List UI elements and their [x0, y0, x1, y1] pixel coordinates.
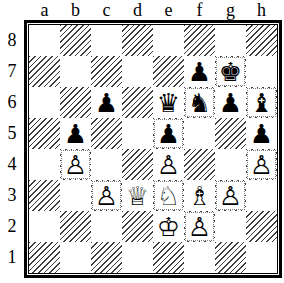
- square-h7[interactable]: [246, 56, 277, 87]
- white-queen-d3[interactable]: ♕: [122, 180, 153, 211]
- square-e8[interactable]: [153, 25, 184, 56]
- square-g8[interactable]: [215, 25, 246, 56]
- square-a2[interactable]: [29, 211, 60, 242]
- square-d7[interactable]: [122, 56, 153, 87]
- square-c2[interactable]: [91, 211, 122, 242]
- white-bishop-f3[interactable]: ♗: [184, 180, 215, 211]
- square-d3[interactable]: ♕: [122, 180, 153, 211]
- square-c3[interactable]: ♙: [91, 180, 122, 211]
- black-pawn-b5[interactable]: ♟: [60, 118, 91, 149]
- square-g6[interactable]: ♟: [215, 87, 246, 118]
- rank-label-4: 4: [0, 149, 24, 180]
- square-b3[interactable]: [60, 180, 91, 211]
- black-pawn-c6[interactable]: ♟: [91, 87, 122, 118]
- square-d1[interactable]: [122, 242, 153, 273]
- black-pawn-g6[interactable]: ♟: [215, 87, 246, 118]
- black-knight-f6[interactable]: ♞: [184, 87, 215, 118]
- square-e6[interactable]: ♛: [153, 87, 184, 118]
- square-h4[interactable]: ♙: [246, 149, 277, 180]
- square-f3[interactable]: ♗: [184, 180, 215, 211]
- square-c6[interactable]: ♟: [91, 87, 122, 118]
- square-c1[interactable]: [91, 242, 122, 273]
- square-g7[interactable]: ♚: [215, 56, 246, 87]
- square-d4[interactable]: [122, 149, 153, 180]
- file-label-b: b: [60, 0, 91, 20]
- square-a3[interactable]: [29, 180, 60, 211]
- square-h5[interactable]: ♟: [246, 118, 277, 149]
- square-a5[interactable]: [29, 118, 60, 149]
- corner-spacer: [0, 0, 24, 20]
- file-label-e: e: [153, 0, 184, 20]
- white-pawn-b4[interactable]: ♙: [60, 149, 91, 180]
- square-h3[interactable]: [246, 180, 277, 211]
- black-pawn-h5[interactable]: ♟: [246, 118, 277, 149]
- black-queen-e6[interactable]: ♛: [153, 87, 184, 118]
- square-a7[interactable]: [29, 56, 60, 87]
- white-pawn-e4[interactable]: ♙: [153, 149, 184, 180]
- square-d2[interactable]: [122, 211, 153, 242]
- black-pawn-f7[interactable]: ♟: [184, 56, 215, 87]
- square-e1[interactable]: [153, 242, 184, 273]
- square-b1[interactable]: [60, 242, 91, 273]
- rank-label-8: 8: [0, 25, 24, 56]
- square-f7[interactable]: ♟: [184, 56, 215, 87]
- white-king-e2[interactable]: ♔: [153, 211, 184, 242]
- square-g4[interactable]: [215, 149, 246, 180]
- square-d5[interactable]: [122, 118, 153, 149]
- rank-label-3: 3: [0, 180, 24, 211]
- square-c7[interactable]: [91, 56, 122, 87]
- square-h8[interactable]: [246, 25, 277, 56]
- black-king-g7[interactable]: ♚: [215, 56, 246, 87]
- square-b5[interactable]: ♟: [60, 118, 91, 149]
- square-h1[interactable]: [246, 242, 277, 273]
- square-g1[interactable]: [215, 242, 246, 273]
- black-bishop-h6[interactable]: ♝: [246, 87, 277, 118]
- file-label-h: h: [246, 0, 277, 20]
- white-knight-e3[interactable]: ♘: [153, 180, 184, 211]
- chess-board: ♟♚♟♛♞♟♝♟♟♟♙♙♙♙♕♘♗♙♔♙: [28, 24, 278, 274]
- square-e2[interactable]: ♔: [153, 211, 184, 242]
- square-e3[interactable]: ♘: [153, 180, 184, 211]
- square-f5[interactable]: [184, 118, 215, 149]
- square-a8[interactable]: [29, 25, 60, 56]
- white-pawn-c3[interactable]: ♙: [91, 180, 122, 211]
- square-h6[interactable]: ♝: [246, 87, 277, 118]
- white-pawn-h4[interactable]: ♙: [246, 149, 277, 180]
- square-b2[interactable]: [60, 211, 91, 242]
- square-e7[interactable]: [153, 56, 184, 87]
- square-d6[interactable]: [122, 87, 153, 118]
- square-a6[interactable]: [29, 87, 60, 118]
- square-h2[interactable]: [246, 211, 277, 242]
- square-c5[interactable]: [91, 118, 122, 149]
- square-b8[interactable]: [60, 25, 91, 56]
- square-f4[interactable]: [184, 149, 215, 180]
- rank-labels: 87654321: [0, 25, 24, 278]
- square-g5[interactable]: [215, 118, 246, 149]
- square-c8[interactable]: [91, 25, 122, 56]
- white-pawn-f2[interactable]: ♙: [184, 211, 215, 242]
- square-d8[interactable]: [122, 25, 153, 56]
- white-pawn-g3[interactable]: ♙: [215, 180, 246, 211]
- square-f1[interactable]: [184, 242, 215, 273]
- square-g3[interactable]: ♙: [215, 180, 246, 211]
- square-e4[interactable]: ♙: [153, 149, 184, 180]
- square-f2[interactable]: ♙: [184, 211, 215, 242]
- file-labels: abcdefgh: [29, 0, 284, 20]
- file-label-f: f: [184, 0, 215, 20]
- square-f8[interactable]: [184, 25, 215, 56]
- square-f6[interactable]: ♞: [184, 87, 215, 118]
- square-b4[interactable]: ♙: [60, 149, 91, 180]
- chess-diagram: abcdefgh 87654321 ♟♚♟♛♞♟♝♟♟♟♙♙♙♙♕♘♗♙♔♙: [0, 0, 284, 278]
- rank-label-2: 2: [0, 211, 24, 242]
- square-b7[interactable]: [60, 56, 91, 87]
- file-label-c: c: [91, 0, 122, 20]
- black-pawn-e5[interactable]: ♟: [153, 118, 184, 149]
- file-label-a: a: [29, 0, 60, 20]
- square-a1[interactable]: [29, 242, 60, 273]
- rank-label-1: 1: [0, 242, 24, 273]
- square-c4[interactable]: [91, 149, 122, 180]
- file-label-g: g: [215, 0, 246, 20]
- square-e5[interactable]: ♟: [153, 118, 184, 149]
- square-g2[interactable]: [215, 211, 246, 242]
- board-frame: ♟♚♟♛♞♟♝♟♟♟♙♙♙♙♕♘♗♙♔♙: [24, 20, 282, 278]
- file-label-d: d: [122, 0, 153, 20]
- rank-label-6: 6: [0, 87, 24, 118]
- rank-label-5: 5: [0, 118, 24, 149]
- square-b6[interactable]: [60, 87, 91, 118]
- square-a4[interactable]: [29, 149, 60, 180]
- rank-label-7: 7: [0, 56, 24, 87]
